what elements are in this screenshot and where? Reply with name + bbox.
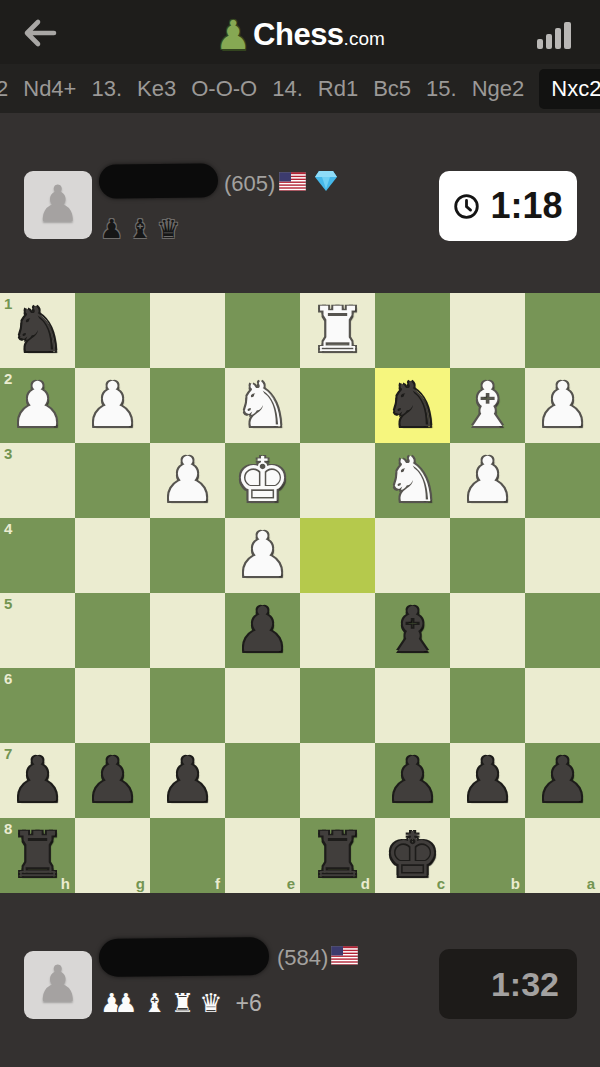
signal-bars-icon: [537, 22, 575, 49]
square-a5[interactable]: [525, 593, 600, 668]
captured-white-rook: ♜: [171, 987, 194, 1019]
square-e3[interactable]: ♚: [225, 443, 300, 518]
player-name-redacted-top: [99, 163, 218, 198]
logo-suffix: .com: [344, 28, 385, 50]
square-c3[interactable]: ♞: [375, 443, 450, 518]
move-Nd4+[interactable]: Nd4+: [23, 76, 76, 102]
square-b8[interactable]: b: [450, 818, 525, 893]
clock-bottom: 1:32: [439, 949, 577, 1019]
square-c7[interactable]: ♟: [375, 743, 450, 818]
avatar-pawn-icon: ♟: [36, 175, 81, 233]
square-g8[interactable]: g: [75, 818, 150, 893]
square-e8[interactable]: e: [225, 818, 300, 893]
rank-label-8: 8: [4, 820, 12, 837]
square-c4[interactable]: [375, 518, 450, 593]
square-d4[interactable]: [300, 518, 375, 593]
player-name-redacted-bottom: [99, 937, 269, 977]
avatar-bottom[interactable]: ♟: [24, 951, 92, 1019]
file-label-c: c: [437, 875, 445, 892]
square-d1[interactable]: ♜: [300, 293, 375, 368]
file-label-d: d: [361, 875, 370, 892]
square-c5[interactable]: ♝: [375, 593, 450, 668]
square-b4[interactable]: [450, 518, 525, 593]
square-b7[interactable]: ♟: [450, 743, 525, 818]
square-g4[interactable]: [75, 518, 150, 593]
clock-icon: [453, 193, 480, 220]
square-a7[interactable]: ♟: [525, 743, 600, 818]
square-d8[interactable]: d♜: [300, 818, 375, 893]
square-f7[interactable]: ♟: [150, 743, 225, 818]
rank-label-3: 3: [4, 445, 12, 462]
square-e2[interactable]: ♞: [225, 368, 300, 443]
piece-white-king: ♚: [225, 443, 300, 518]
piece-white-pawn: ♟: [150, 443, 225, 518]
board: 1♞♜2♟♟♞♞♝♟3♟♚♞♟4♟5♟♝67♟♟♟♟♟♟8h♜gfed♜c♚ba: [0, 293, 600, 893]
square-f1[interactable]: [150, 293, 225, 368]
square-f8[interactable]: f: [150, 818, 225, 893]
square-e5[interactable]: ♟: [225, 593, 300, 668]
file-label-a: a: [587, 875, 595, 892]
square-a8[interactable]: a: [525, 818, 600, 893]
piece-white-rook: ♜: [300, 293, 375, 368]
move-Bc5[interactable]: Bc5: [373, 76, 411, 102]
square-a3[interactable]: [525, 443, 600, 518]
square-a1[interactable]: [525, 293, 600, 368]
piece-black-knight: ♞: [375, 368, 450, 443]
move-2[interactable]: 2: [0, 76, 8, 102]
captured-black-queen: ♛: [157, 213, 180, 245]
rating-bottom: (584): [277, 945, 328, 971]
back-arrow-icon: [22, 18, 58, 48]
square-g3[interactable]: [75, 443, 150, 518]
piece-white-pawn: ♟: [225, 518, 300, 593]
screen: ♟Chess.com 2Nd4+13.Ke3O-O-O14.Rd1Bc515.N…: [0, 0, 600, 1067]
captured-white-queen: ♛: [199, 987, 222, 1019]
square-g5[interactable]: [75, 593, 150, 668]
us-flag-icon: [331, 946, 358, 965]
chesscom-logo: ♟Chess.com: [215, 11, 385, 53]
square-c6[interactable]: [375, 668, 450, 743]
square-d5[interactable]: [300, 593, 375, 668]
square-h2[interactable]: 2♟: [0, 368, 75, 443]
square-h1[interactable]: 1♞: [0, 293, 75, 368]
captured-black-pawn: ♟: [100, 213, 123, 245]
square-e6[interactable]: [225, 668, 300, 743]
file-label-b: b: [511, 875, 520, 892]
square-d7[interactable]: [300, 743, 375, 818]
square-d3[interactable]: [300, 443, 375, 518]
rating-top: (605): [224, 171, 275, 197]
square-e7[interactable]: [225, 743, 300, 818]
square-f2[interactable]: [150, 368, 225, 443]
captured-tray-top: ♟♝♛: [100, 213, 185, 245]
square-e4[interactable]: ♟: [225, 518, 300, 593]
square-h3[interactable]: 3: [0, 443, 75, 518]
move-13.[interactable]: 13.: [91, 76, 122, 102]
captured-white-bishop: ♝: [143, 987, 166, 1019]
square-b1[interactable]: [450, 293, 525, 368]
file-label-h: h: [61, 875, 70, 892]
piece-white-knight: ♞: [375, 443, 450, 518]
piece-black-pawn: ♟: [375, 743, 450, 818]
move-Nxc2+[interactable]: Nxc2+: [539, 69, 600, 109]
piece-white-knight: ♞: [225, 368, 300, 443]
piece-black-pawn: ♟: [75, 743, 150, 818]
square-g7[interactable]: ♟: [75, 743, 150, 818]
piece-black-pawn: ♟: [150, 743, 225, 818]
square-h7[interactable]: 7♟: [0, 743, 75, 818]
square-b2[interactable]: ♝: [450, 368, 525, 443]
square-f6[interactable]: [150, 668, 225, 743]
file-label-e: e: [287, 875, 295, 892]
piece-white-pawn: ♟: [450, 443, 525, 518]
material-advantage: +6: [236, 987, 262, 1019]
piece-black-pawn: ♟: [525, 743, 600, 818]
file-label-g: g: [136, 875, 145, 892]
back-button[interactable]: [22, 18, 58, 51]
move-Nge2[interactable]: Nge2: [472, 76, 525, 102]
square-a6[interactable]: [525, 668, 600, 743]
square-b3[interactable]: ♟: [450, 443, 525, 518]
square-d6[interactable]: [300, 668, 375, 743]
rank-label-7: 7: [4, 745, 12, 762]
rank-label-1: 1: [4, 295, 12, 312]
clock-time-top: 1:18: [490, 185, 562, 227]
us-flag-icon: [279, 172, 306, 191]
square-b5[interactable]: [450, 593, 525, 668]
piece-white-pawn: ♟: [525, 368, 600, 443]
move-Ke3[interactable]: Ke3: [137, 76, 176, 102]
square-f4[interactable]: [150, 518, 225, 593]
file-label-f: f: [215, 875, 220, 892]
avatar-top[interactable]: ♟: [24, 171, 92, 239]
clock-time-bottom: 1:32: [491, 965, 559, 1004]
square-h6[interactable]: 6: [0, 668, 75, 743]
piece-white-bishop: ♝: [450, 368, 525, 443]
move-Rd1[interactable]: Rd1: [318, 76, 358, 102]
piece-white-pawn: ♟: [75, 368, 150, 443]
piece-black-pawn: ♟: [225, 593, 300, 668]
square-g1[interactable]: [75, 293, 150, 368]
square-f5[interactable]: [150, 593, 225, 668]
rank-label-4: 4: [4, 520, 12, 537]
clock-top: 1:18: [439, 171, 577, 241]
premium-diamond-icon: [314, 170, 338, 192]
square-a4[interactable]: [525, 518, 600, 593]
square-g6[interactable]: [75, 668, 150, 743]
move-list: 2Nd4+13.Ke3O-O-O14.Rd1Bc515.Nge2Nxc2+: [0, 64, 600, 113]
square-f3[interactable]: ♟: [150, 443, 225, 518]
piece-black-pawn: ♟: [450, 743, 525, 818]
top-bar: ♟Chess.com: [0, 0, 600, 64]
captured-black-bishop: ♝: [128, 213, 151, 245]
square-c8[interactable]: c♚: [375, 818, 450, 893]
square-h5[interactable]: 5: [0, 593, 75, 668]
square-a2[interactable]: ♟: [525, 368, 600, 443]
rank-label-5: 5: [4, 595, 12, 612]
move-O-O-O[interactable]: O-O-O: [191, 76, 257, 102]
captured-tray-bottom: ♟♟♝♜♛+6: [100, 987, 262, 1019]
square-h8[interactable]: 8h♜: [0, 818, 75, 893]
logo-text: Chess: [253, 17, 344, 53]
square-e1[interactable]: [225, 293, 300, 368]
avatar-pawn-icon: ♟: [36, 955, 81, 1013]
square-h4[interactable]: 4: [0, 518, 75, 593]
square-c1[interactable]: [375, 293, 450, 368]
captured-white-pawn: ♟: [114, 987, 137, 1019]
player-card-bottom: ♟ (584) ♟♟♝♜♛+6 1:32: [0, 893, 600, 1067]
move-15.[interactable]: 15.: [426, 76, 457, 102]
rank-label-2: 2: [4, 370, 12, 387]
player-card-top: ♟ (605) ♟♝♛ 1:18: [0, 113, 600, 293]
square-b6[interactable]: [450, 668, 525, 743]
logo-pawn-icon: ♟: [215, 15, 251, 55]
piece-black-bishop: ♝: [375, 593, 450, 668]
rank-label-6: 6: [4, 670, 12, 687]
move-14.[interactable]: 14.: [272, 76, 303, 102]
square-g2[interactable]: ♟: [75, 368, 150, 443]
square-c2[interactable]: ♞: [375, 368, 450, 443]
square-d2[interactable]: [300, 368, 375, 443]
